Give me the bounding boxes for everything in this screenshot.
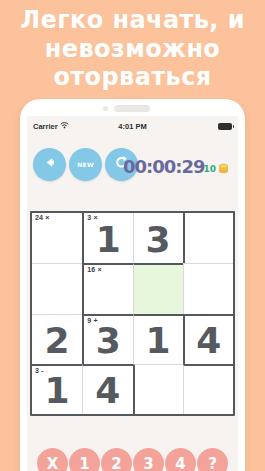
board-cell-r0c0[interactable]: 24 × bbox=[32, 213, 82, 263]
cell-value: 1 bbox=[96, 219, 121, 260]
cage-label: 16 × bbox=[87, 266, 102, 273]
board-cell-r0c3[interactable] bbox=[183, 213, 233, 263]
board-cell-r1c3[interactable] bbox=[183, 263, 233, 313]
board-cell-r2c0[interactable]: 2 bbox=[32, 314, 82, 364]
board-cell-r2c2[interactable]: 1 bbox=[133, 314, 183, 364]
board-cell-r3c0[interactable]: 3 -1 bbox=[32, 364, 82, 414]
new-game-label: NEW bbox=[77, 161, 94, 168]
cell-value: 1 bbox=[45, 370, 70, 411]
board-cell-r2c1[interactable]: 9 +3 bbox=[82, 314, 132, 364]
pad-key-4[interactable]: 4 bbox=[165, 448, 196, 471]
status-bar: Carrier 4:01 PM bbox=[33, 119, 232, 133]
camera-dot bbox=[103, 106, 108, 111]
page-title-line: оторваться bbox=[0, 63, 265, 92]
board-cell-r1c0[interactable] bbox=[32, 263, 82, 313]
board-cell-r2c3[interactable]: 4 bbox=[183, 314, 233, 364]
carrier-label: Carrier bbox=[33, 122, 58, 131]
speaker-pill bbox=[114, 105, 150, 112]
pad-key-3[interactable]: 3 bbox=[133, 448, 164, 471]
coins-amount: 10 bbox=[203, 164, 216, 174]
cage-label: 3 × bbox=[87, 214, 98, 221]
page-title-line: Легко начать, и bbox=[0, 6, 265, 35]
cage-label: 9 + bbox=[87, 317, 98, 324]
app-screen: Carrier 4:01 PM bbox=[27, 116, 238, 471]
cell-value: 4 bbox=[196, 320, 221, 361]
board-cell-r0c2[interactable]: 3 bbox=[133, 213, 183, 263]
board-cell-r3c3[interactable] bbox=[183, 364, 233, 414]
cell-value: 3 bbox=[146, 219, 171, 260]
cell-value: 2 bbox=[45, 320, 70, 361]
cage-label: 24 × bbox=[35, 214, 50, 221]
pad-key-X[interactable]: X bbox=[37, 448, 68, 471]
board-cell-r1c1[interactable]: 16 × bbox=[82, 263, 132, 313]
coin-icon bbox=[218, 160, 229, 178]
kenken-board: 24 ×3 ×1316 ×29 +3143 -14 bbox=[30, 211, 235, 416]
board-cell-r1c2[interactable] bbox=[133, 263, 183, 313]
page-title: Легко начать, и невозможно оторваться bbox=[0, 6, 265, 92]
board-cell-r0c1[interactable]: 3 ×1 bbox=[82, 213, 132, 263]
cell-value: 3 bbox=[96, 320, 121, 361]
coins-display: 10 bbox=[203, 160, 229, 178]
cage-label: 3 - bbox=[35, 367, 44, 374]
page-title-line: невозможно bbox=[0, 35, 265, 64]
cell-value: 1 bbox=[146, 320, 171, 361]
timer-display: 00:00:29 bbox=[123, 156, 201, 177]
pad-key-1[interactable]: 1 bbox=[69, 448, 100, 471]
battery-icon bbox=[218, 123, 232, 130]
back-arrow-icon bbox=[42, 155, 57, 174]
phone-mockup: Carrier 4:01 PM bbox=[20, 99, 245, 471]
cell-value: 4 bbox=[95, 370, 120, 411]
number-pad: X1234? bbox=[27, 448, 238, 471]
pad-key-2[interactable]: 2 bbox=[101, 448, 132, 471]
back-button[interactable] bbox=[33, 148, 66, 181]
board-cell-r3c1[interactable]: 4 bbox=[82, 364, 132, 414]
new-game-button[interactable]: NEW bbox=[69, 148, 102, 181]
pad-key-?[interactable]: ? bbox=[197, 448, 228, 471]
board-cell-r3c2[interactable] bbox=[133, 364, 183, 414]
wifi-icon bbox=[60, 121, 69, 131]
